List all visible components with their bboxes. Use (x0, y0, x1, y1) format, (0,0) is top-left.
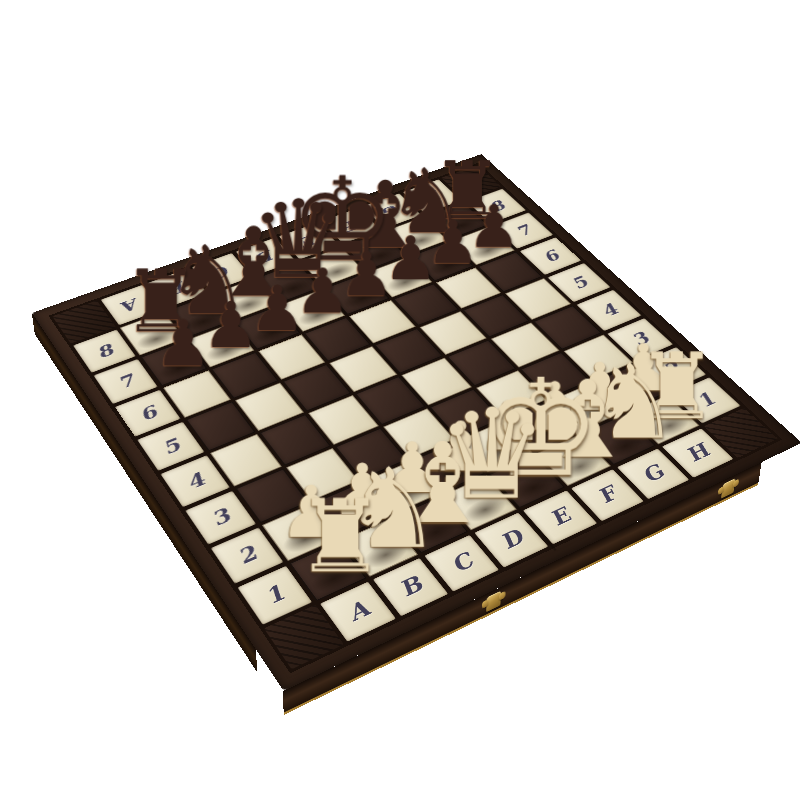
rank-label-text: 6 (135, 402, 162, 424)
brass-hinge-icon (486, 591, 501, 613)
file-label-text: A (341, 596, 375, 625)
product-photo-scene: ABCDEFGH8♜♞♝♛♚♝♞♜87♟♟♟♟♟♟♟♟7665544332♟♟♟… (0, 0, 800, 800)
piece-black-pawn-a7[interactable]: ♟ (129, 312, 239, 376)
rank-label-text: 4 (595, 300, 623, 319)
rank-label-text: 4 (181, 469, 209, 493)
rank-label-text: 5 (157, 435, 184, 458)
piece-white-rook-a1[interactable]: ♜ (277, 486, 403, 587)
rank-label-text: 5 (566, 273, 593, 292)
board-grid: ABCDEFGH8♜♞♝♛♚♝♞♜87♟♟♟♟♟♟♟♟7665544332♟♟♟… (48, 163, 782, 673)
chess-board: ABCDEFGH8♜♞♝♛♚♝♞♜87♟♟♟♟♟♟♟♟7665544332♟♟♟… (32, 154, 800, 691)
board-frame: ABCDEFGH8♜♞♝♛♚♝♞♜87♟♟♟♟♟♟♟♟7665544332♟♟♟… (32, 154, 800, 691)
brass-clasp-icon[interactable] (721, 478, 736, 498)
rank-label-text: 3 (206, 504, 235, 530)
